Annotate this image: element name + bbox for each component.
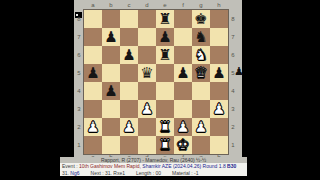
white-queen-g5: ♛ — [192, 64, 210, 82]
file-label-a: a — [84, 2, 102, 8]
square-a1 — [84, 136, 102, 154]
square-e1: ♜ — [156, 136, 174, 154]
white-pawn-d3: ♟ — [138, 100, 156, 118]
captured-pawn-icon: ♟ — [234, 65, 244, 78]
file-label-c: c — [120, 2, 138, 8]
file-label-f: f — [174, 2, 192, 8]
rank-labels-left: 87654321 — [75, 10, 83, 154]
square-d5: ♛ — [138, 64, 156, 82]
square-d4 — [138, 82, 156, 100]
rank-label-4: 4 — [229, 82, 237, 100]
square-a7 — [84, 28, 102, 46]
rank-label-7: 7 — [229, 28, 237, 46]
square-g3 — [192, 100, 210, 118]
square-e6: ♜ — [156, 46, 174, 64]
board-panel: abcdefgh abcdefgh 87654321 87654321 ♜♚♟♟… — [74, 0, 242, 157]
black-pawn-b7: ♟ — [102, 28, 120, 46]
file-label-g: g — [192, 2, 210, 8]
square-b7: ♟ — [102, 28, 120, 46]
black-king-g8: ♚ — [192, 10, 210, 28]
square-e2: ♜ — [156, 118, 174, 136]
square-a3 — [84, 100, 102, 118]
square-h7 — [210, 28, 228, 46]
event-site: Shamkir AZE (2024.04.26) Round 1.8 — [142, 163, 227, 169]
square-h4 — [210, 82, 228, 100]
rank-label-6: 6 — [75, 46, 83, 64]
square-e3 — [156, 100, 174, 118]
file-label-d: d — [138, 2, 156, 8]
square-a6 — [84, 46, 102, 64]
file-label-e: e — [156, 2, 174, 8]
black-rook-e6: ♜ — [156, 46, 174, 64]
square-h3: ♟ — [210, 100, 228, 118]
square-g4 — [192, 82, 210, 100]
square-e7: ♟ — [156, 28, 174, 46]
square-a4 — [84, 82, 102, 100]
white-pawn-c2: ♟ — [120, 118, 138, 136]
white-pawn-a2: ♟ — [84, 118, 102, 136]
material-tray: ♟ — [233, 61, 245, 75]
video-frame[interactable]: abcdefgh abcdefgh 87654321 87654321 ♜♚♟♟… — [0, 0, 320, 180]
square-f3 — [174, 100, 192, 118]
rank-label-1: 1 — [229, 136, 237, 154]
square-f2: ♟ — [174, 118, 192, 136]
square-d6 — [138, 46, 156, 64]
square-b4: ♟ — [102, 82, 120, 100]
square-g5: ♛ — [192, 64, 210, 82]
black-pawn-h5: ♟ — [210, 64, 228, 82]
square-c2: ♟ — [120, 118, 138, 136]
square-h2 — [210, 118, 228, 136]
square-b2 — [102, 118, 120, 136]
event-line: Event : 10th Gashimov Mem Rapid, Shamkir… — [60, 163, 247, 169]
square-d7 — [138, 28, 156, 46]
square-b5 — [102, 64, 120, 82]
square-f8 — [174, 10, 192, 28]
square-d2 — [138, 118, 156, 136]
square-h5: ♟ — [210, 64, 228, 82]
eco-code: B30 — [227, 163, 236, 169]
square-f7 — [174, 28, 192, 46]
black-pawn-e7: ♟ — [156, 28, 174, 46]
square-g8: ♚ — [192, 10, 210, 28]
square-b6 — [102, 46, 120, 64]
square-c6: ♟ — [120, 46, 138, 64]
chess-board: ♜♚♟♟♞♟♜♞♟♛♟♛♟♟♟♟♟♟♜♟♟♜♚ — [83, 9, 229, 155]
rank-label-1: 1 — [75, 136, 83, 154]
black-knight-g7: ♞ — [192, 28, 210, 46]
square-g7: ♞ — [192, 28, 210, 46]
black-queen-d5: ♛ — [138, 64, 156, 82]
square-f1: ♚ — [174, 136, 192, 154]
black-pawn-f5: ♟ — [174, 64, 192, 82]
square-c5 — [120, 64, 138, 82]
square-f6 — [174, 46, 192, 64]
square-e4 — [156, 82, 174, 100]
rank-label-3: 3 — [75, 100, 83, 118]
white-pawn-g2: ♟ — [192, 118, 210, 136]
white-knight-g6: ♞ — [192, 46, 210, 64]
square-d3: ♟ — [138, 100, 156, 118]
square-b1 — [102, 136, 120, 154]
square-a2: ♟ — [84, 118, 102, 136]
square-g6: ♞ — [192, 46, 210, 64]
rank-label-5: 5 — [75, 64, 83, 82]
file-label-b: b — [102, 2, 120, 8]
rank-labels-right: 87654321 — [229, 10, 237, 154]
square-f4 — [174, 82, 192, 100]
black-rook-e8: ♜ — [156, 10, 174, 28]
rank-label-4: 4 — [75, 82, 83, 100]
white-pawn-f2: ♟ — [174, 118, 192, 136]
square-c3 — [120, 100, 138, 118]
square-a8 — [84, 10, 102, 28]
event-label: Event : — [62, 163, 79, 169]
letterbox-bottom — [0, 176, 320, 180]
file-labels-top: abcdefgh — [84, 2, 228, 8]
square-b3 — [102, 100, 120, 118]
square-h6 — [210, 46, 228, 64]
square-e5 — [156, 64, 174, 82]
square-f5: ♟ — [174, 64, 192, 82]
event-name: 10th Gashimov Mem Rapid, — [79, 163, 142, 169]
square-b8 — [102, 10, 120, 28]
square-h1 — [210, 136, 228, 154]
rank-label-2: 2 — [75, 118, 83, 136]
rank-label-7: 7 — [75, 28, 83, 46]
white-rook-e1: ♜ — [156, 136, 174, 154]
rank-label-8: 8 — [229, 10, 237, 28]
game-info-bar: Event : 10th Gashimov Mem Rapid, Shamkir… — [60, 163, 247, 176]
square-e8: ♜ — [156, 10, 174, 28]
rank-label-3: 3 — [229, 100, 237, 118]
square-g2: ♟ — [192, 118, 210, 136]
file-label-h: h — [210, 2, 228, 8]
white-rook-e2: ♜ — [156, 118, 174, 136]
square-d8 — [138, 10, 156, 28]
square-d1 — [138, 136, 156, 154]
black-pawn-c6: ♟ — [120, 46, 138, 64]
square-h8 — [210, 10, 228, 28]
square-c8 — [120, 10, 138, 28]
white-king-f1: ♚ — [174, 136, 192, 154]
square-g1 — [192, 136, 210, 154]
square-c1 — [120, 136, 138, 154]
square-c4 — [120, 82, 138, 100]
square-a5: ♟ — [84, 64, 102, 82]
white-pawn-h3: ♟ — [210, 100, 228, 118]
rank-label-2: 2 — [229, 118, 237, 136]
black-pawn-a5: ♟ — [84, 64, 102, 82]
square-c7 — [120, 28, 138, 46]
rank-label-8: 8 — [75, 10, 83, 28]
black-pawn-b4: ♟ — [102, 82, 120, 100]
